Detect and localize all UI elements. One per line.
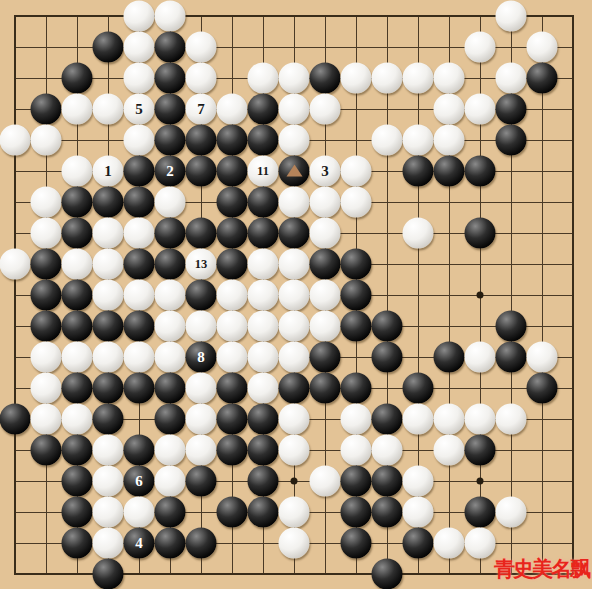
white-stone [248,342,279,373]
white-stone [93,280,124,311]
white-stone [248,373,279,404]
white-stone: 11 [248,156,279,187]
white-stone [186,32,217,63]
black-stone [217,125,248,156]
black-stone [496,94,527,125]
black-stone [465,497,496,528]
white-stone [434,125,465,156]
black-stone [62,528,93,559]
white-stone [93,249,124,280]
black-stone [155,249,186,280]
move-number-label: 1 [104,164,112,179]
white-stone [310,280,341,311]
white-stone [279,280,310,311]
white-stone [93,466,124,497]
white-stone [310,218,341,249]
white-stone [31,218,62,249]
black-stone [310,373,341,404]
white-stone [31,342,62,373]
black-stone [248,404,279,435]
white-stone [62,404,93,435]
white-stone [155,435,186,466]
black-stone [217,404,248,435]
white-stone [403,218,434,249]
black-stone [155,32,186,63]
black-stone [62,218,93,249]
white-stone [62,342,93,373]
black-stone [186,280,217,311]
black-stone [62,63,93,94]
white-stone: 13 [186,249,217,280]
move-number-label: 11 [257,165,269,178]
black-stone [155,373,186,404]
white-stone [341,435,372,466]
black-stone [217,187,248,218]
white-stone [124,218,155,249]
black-stone [465,218,496,249]
black-stone [31,435,62,466]
white-stone [403,497,434,528]
white-stone [465,528,496,559]
white-stone [434,435,465,466]
white-stone [124,280,155,311]
white-stone [155,1,186,32]
black-stone [155,94,186,125]
black-stone [403,373,434,404]
white-stone [31,187,62,218]
black-stone [62,466,93,497]
black-stone [186,466,217,497]
hoshi-point [291,478,298,485]
move-number-label: 7 [197,102,205,117]
black-stone [310,342,341,373]
white-stone: 1 [93,156,124,187]
white-stone [465,94,496,125]
black-stone [310,63,341,94]
white-stone [527,32,558,63]
black-stone [465,435,496,466]
black-stone [341,280,372,311]
white-stone [341,156,372,187]
move-number-label: 3 [321,164,329,179]
hoshi-point [477,292,484,299]
white-stone [93,342,124,373]
white-stone [341,404,372,435]
white-stone [496,497,527,528]
move-number-label: 6 [135,474,143,489]
black-stone [403,528,434,559]
black-stone [93,404,124,435]
white-stone [62,94,93,125]
black-stone [248,125,279,156]
black-stone [496,311,527,342]
white-stone [31,404,62,435]
move-number-label: 2 [166,164,174,179]
black-stone [217,156,248,187]
white-stone [155,311,186,342]
white-stone [155,187,186,218]
white-stone [248,280,279,311]
white-stone [496,1,527,32]
black-stone [62,435,93,466]
black-stone [372,559,403,589]
white-stone [217,280,248,311]
white-stone [279,125,310,156]
black-stone [155,125,186,156]
black-stone [124,187,155,218]
black-stone [62,497,93,528]
move-number-label: 13 [195,258,208,271]
white-stone [279,435,310,466]
black-stone [341,528,372,559]
black-stone: 6 [124,466,155,497]
white-stone [124,497,155,528]
white-stone [0,125,31,156]
black-stone [155,497,186,528]
black-stone [93,32,124,63]
black-stone [93,559,124,589]
hoshi-point [477,478,484,485]
white-stone [403,63,434,94]
white-stone [186,404,217,435]
black-stone [248,218,279,249]
white-stone [93,497,124,528]
black-stone [372,342,403,373]
white-stone [465,32,496,63]
watermark-text: 青史美名飘 [494,555,589,583]
black-stone [279,218,310,249]
black-stone [341,373,372,404]
white-stone [248,63,279,94]
white-stone [31,125,62,156]
white-stone [186,435,217,466]
black-stone [62,187,93,218]
black-stone [465,156,496,187]
white-stone [372,125,403,156]
white-stone [496,63,527,94]
white-stone [217,94,248,125]
white-stone [310,187,341,218]
black-stone [31,94,62,125]
black-stone: 2 [155,156,186,187]
white-stone [465,404,496,435]
white-stone [403,404,434,435]
black-stone [341,497,372,528]
black-stone [31,311,62,342]
go-board: 571211313864 青史美名飘 [0,0,592,589]
white-stone [496,404,527,435]
black-stone [403,156,434,187]
white-stone [279,249,310,280]
white-stone [434,528,465,559]
black-stone [124,156,155,187]
white-stone [124,32,155,63]
black-stone [62,373,93,404]
black-stone [155,404,186,435]
move-number-label: 8 [197,350,205,365]
move-number-label: 5 [135,102,143,117]
black-stone [279,156,310,187]
white-stone [124,63,155,94]
black-stone [279,373,310,404]
white-stone [186,63,217,94]
black-stone [372,497,403,528]
black-stone [434,342,465,373]
black-stone [0,404,31,435]
black-stone [217,249,248,280]
white-stone: 3 [310,156,341,187]
white-stone [31,373,62,404]
white-stone [434,63,465,94]
white-stone [217,342,248,373]
black-stone [496,342,527,373]
black-stone [372,466,403,497]
white-stone [155,342,186,373]
black-stone [217,218,248,249]
white-stone [403,125,434,156]
black-stone [124,311,155,342]
white-stone [434,404,465,435]
black-stone [372,311,403,342]
white-stone [403,466,434,497]
black-stone [155,218,186,249]
white-stone [93,94,124,125]
black-stone [124,249,155,280]
white-stone [93,528,124,559]
black-stone [31,249,62,280]
black-stone [248,435,279,466]
white-stone [341,63,372,94]
black-stone [31,280,62,311]
black-stone [124,373,155,404]
black-stone [62,280,93,311]
black-stone [186,528,217,559]
black-stone [434,156,465,187]
white-stone [217,311,248,342]
white-stone [372,435,403,466]
white-stone [279,311,310,342]
white-stone [62,249,93,280]
black-stone [186,218,217,249]
white-stone: 5 [124,94,155,125]
move-number-label: 4 [135,536,143,551]
black-stone [217,497,248,528]
white-stone [186,373,217,404]
black-stone [527,63,558,94]
black-stone [124,435,155,466]
triangle-marker [286,164,302,176]
white-stone [155,466,186,497]
black-stone: 4 [124,528,155,559]
white-stone [279,187,310,218]
black-stone: 8 [186,342,217,373]
black-stone [248,497,279,528]
white-stone [310,94,341,125]
white-stone [279,528,310,559]
white-stone [279,497,310,528]
white-stone [248,311,279,342]
black-stone [341,249,372,280]
black-stone [496,125,527,156]
black-stone [217,373,248,404]
black-stone [527,373,558,404]
white-stone [527,342,558,373]
black-stone [155,528,186,559]
white-stone [434,94,465,125]
white-stone [279,94,310,125]
white-stone [124,125,155,156]
black-stone [372,404,403,435]
white-stone [124,342,155,373]
black-stone [93,373,124,404]
black-stone [341,311,372,342]
black-stone [248,466,279,497]
black-stone [186,125,217,156]
white-stone [279,342,310,373]
black-stone [186,156,217,187]
white-stone [310,311,341,342]
white-stone [279,63,310,94]
black-stone [93,187,124,218]
black-stone [248,187,279,218]
black-stone [248,94,279,125]
white-stone: 7 [186,94,217,125]
white-stone [93,218,124,249]
white-stone [62,156,93,187]
white-stone [155,280,186,311]
white-stone [465,342,496,373]
black-stone [217,435,248,466]
white-stone [248,249,279,280]
black-stone [310,249,341,280]
white-stone [124,1,155,32]
white-stone [372,63,403,94]
black-stone [62,311,93,342]
black-stone [93,311,124,342]
white-stone [341,187,372,218]
white-stone [310,466,341,497]
white-stone [0,249,31,280]
white-stone [186,311,217,342]
black-stone [155,63,186,94]
white-stone [279,404,310,435]
white-stone [93,435,124,466]
black-stone [341,466,372,497]
